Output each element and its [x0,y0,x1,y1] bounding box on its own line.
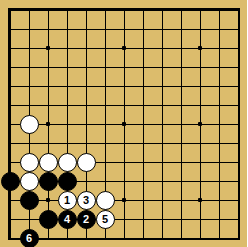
stone-black [39,210,58,229]
stone-black-move-2: 2 [77,210,96,229]
stone-white [58,153,77,172]
stone-black [39,172,58,191]
stone-white-move-5: 5 [96,210,115,229]
stone-white [20,115,39,134]
stone-white [77,153,96,172]
stone-black [58,172,77,191]
go-board-diagram: 134256 [0,0,247,247]
stone-black-move-6: 6 [20,229,39,247]
stones-layer: 134256 [1,1,248,247]
stone-white [20,153,39,172]
stone-black-move-4: 4 [58,210,77,229]
stone-white-move-3: 3 [77,191,96,210]
stone-white-move-1: 1 [58,191,77,210]
stone-white [96,191,115,210]
stone-white [39,153,58,172]
stone-black [1,172,20,191]
stone-white [20,172,39,191]
stone-black [20,191,39,210]
